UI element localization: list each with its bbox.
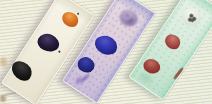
red-stain-upper bbox=[162, 31, 183, 52]
seeded-white-blob bbox=[178, 4, 204, 30]
corner-smudge bbox=[0, 96, 6, 102]
red-edge-streak bbox=[172, 67, 183, 80]
navy-stain bbox=[75, 54, 97, 76]
slides-photo bbox=[0, 0, 212, 104]
lilac-smear-speckle bbox=[128, 20, 132, 24]
tan-smudge bbox=[0, 57, 7, 67]
orange-stain bbox=[59, 8, 81, 29]
royal-blue-stain bbox=[92, 32, 120, 58]
black-stain bbox=[7, 57, 35, 84]
lilac-smear bbox=[117, 6, 141, 29]
ink-dot bbox=[58, 50, 61, 53]
